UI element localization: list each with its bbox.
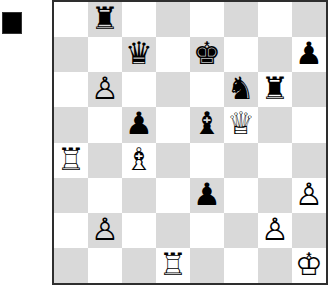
- square-e6[interactable]: [190, 72, 224, 107]
- square-d3[interactable]: [156, 178, 190, 213]
- square-h4[interactable]: [292, 143, 326, 178]
- square-b8[interactable]: ♜: [88, 2, 122, 37]
- black-bishop-piece[interactable]: ♝: [193, 108, 221, 139]
- black-pawn-piece[interactable]: ♟: [193, 179, 221, 210]
- square-d5[interactable]: [156, 107, 190, 142]
- square-b7[interactable]: [88, 37, 122, 72]
- square-h5[interactable]: [292, 107, 326, 142]
- square-g4[interactable]: [258, 143, 292, 178]
- square-e2[interactable]: [190, 213, 224, 248]
- chess-diagram: ♜♛♚♟♙♞♜♟♝♕♖♗♟♙♙♙♖♔: [0, 0, 330, 285]
- black-queen-piece[interactable]: ♛: [125, 38, 153, 69]
- square-f8[interactable]: [224, 2, 258, 37]
- square-e5[interactable]: ♝: [190, 107, 224, 142]
- square-d2[interactable]: [156, 213, 190, 248]
- black-rook-piece[interactable]: ♜: [261, 73, 289, 104]
- black-pawn-piece[interactable]: ♟: [295, 38, 323, 69]
- white-rook-piece[interactable]: ♖: [159, 249, 187, 280]
- square-c1[interactable]: [122, 248, 156, 283]
- square-b6[interactable]: ♙: [88, 72, 122, 107]
- square-d8[interactable]: [156, 2, 190, 37]
- square-c7[interactable]: ♛: [122, 37, 156, 72]
- square-c3[interactable]: [122, 178, 156, 213]
- square-d6[interactable]: [156, 72, 190, 107]
- square-b3[interactable]: [88, 178, 122, 213]
- square-f5[interactable]: ♕: [224, 107, 258, 142]
- square-b5[interactable]: [88, 107, 122, 142]
- square-h2[interactable]: [292, 213, 326, 248]
- square-h7[interactable]: ♟: [292, 37, 326, 72]
- square-f4[interactable]: [224, 143, 258, 178]
- chess-board: ♜♛♚♟♙♞♜♟♝♕♖♗♟♙♙♙♖♔: [52, 0, 328, 285]
- square-f3[interactable]: [224, 178, 258, 213]
- black-pawn-piece[interactable]: ♟: [125, 108, 153, 139]
- square-h1[interactable]: ♔: [292, 248, 326, 283]
- square-b2[interactable]: ♙: [88, 213, 122, 248]
- square-b1[interactable]: [88, 248, 122, 283]
- square-e1[interactable]: [190, 248, 224, 283]
- square-a1[interactable]: [54, 248, 88, 283]
- square-c5[interactable]: ♟: [122, 107, 156, 142]
- square-g6[interactable]: ♜: [258, 72, 292, 107]
- square-a7[interactable]: [54, 37, 88, 72]
- square-g1[interactable]: [258, 248, 292, 283]
- square-e7[interactable]: ♚: [190, 37, 224, 72]
- square-a8[interactable]: [54, 2, 88, 37]
- white-pawn-piece[interactable]: ♙: [91, 214, 119, 245]
- square-h3[interactable]: ♙: [292, 178, 326, 213]
- black-rook-piece[interactable]: ♜: [91, 3, 119, 34]
- square-c6[interactable]: [122, 72, 156, 107]
- square-h6[interactable]: [292, 72, 326, 107]
- square-g2[interactable]: ♙: [258, 213, 292, 248]
- square-d1[interactable]: ♖: [156, 248, 190, 283]
- square-h8[interactable]: [292, 2, 326, 37]
- square-f7[interactable]: [224, 37, 258, 72]
- square-e3[interactable]: ♟: [190, 178, 224, 213]
- square-d7[interactable]: [156, 37, 190, 72]
- white-pawn-piece[interactable]: ♙: [91, 73, 119, 104]
- square-a5[interactable]: [54, 107, 88, 142]
- square-g3[interactable]: [258, 178, 292, 213]
- square-e8[interactable]: [190, 2, 224, 37]
- square-g8[interactable]: [258, 2, 292, 37]
- square-a4[interactable]: ♖: [54, 143, 88, 178]
- white-rook-piece[interactable]: ♖: [57, 144, 85, 175]
- white-queen-piece[interactable]: ♕: [227, 108, 255, 139]
- square-f6[interactable]: ♞: [224, 72, 258, 107]
- square-c8[interactable]: [122, 2, 156, 37]
- black-knight-piece[interactable]: ♞: [227, 73, 255, 104]
- black-to-move-indicator: [2, 12, 22, 34]
- square-f1[interactable]: [224, 248, 258, 283]
- square-e4[interactable]: [190, 143, 224, 178]
- square-a3[interactable]: [54, 178, 88, 213]
- square-g7[interactable]: [258, 37, 292, 72]
- white-king-piece[interactable]: ♔: [295, 249, 323, 280]
- black-king-piece[interactable]: ♚: [193, 38, 221, 69]
- square-f2[interactable]: [224, 213, 258, 248]
- square-g5[interactable]: [258, 107, 292, 142]
- square-a2[interactable]: [54, 213, 88, 248]
- square-d4[interactable]: [156, 143, 190, 178]
- square-c2[interactable]: [122, 213, 156, 248]
- square-c4[interactable]: ♗: [122, 143, 156, 178]
- white-pawn-piece[interactable]: ♙: [261, 214, 289, 245]
- square-b4[interactable]: [88, 143, 122, 178]
- square-a6[interactable]: [54, 72, 88, 107]
- white-bishop-piece[interactable]: ♗: [125, 144, 153, 175]
- white-pawn-piece[interactable]: ♙: [295, 179, 323, 210]
